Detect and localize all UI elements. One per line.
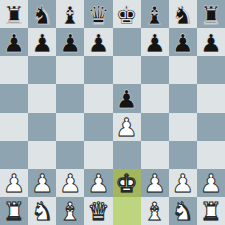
square-h7[interactable]: ♟ bbox=[197, 28, 225, 56]
square-a2[interactable]: ♟ bbox=[0, 169, 28, 197]
square-a4[interactable] bbox=[0, 113, 28, 141]
white-rook: ♜ bbox=[3, 199, 25, 224]
square-e8[interactable]: ♚ bbox=[113, 0, 141, 28]
white-rook: ♜ bbox=[200, 199, 222, 224]
square-c1[interactable]: ♝ bbox=[56, 197, 84, 225]
black-bishop: ♝ bbox=[59, 2, 81, 27]
square-e2[interactable]: ♚ bbox=[113, 169, 141, 197]
black-king: ♚ bbox=[115, 2, 137, 27]
square-g4[interactable] bbox=[169, 113, 197, 141]
square-g2[interactable]: ♟ bbox=[169, 169, 197, 197]
square-c4[interactable] bbox=[56, 113, 84, 141]
square-f1[interactable]: ♝ bbox=[141, 197, 169, 225]
square-f8[interactable]: ♝ bbox=[141, 0, 169, 28]
square-g3[interactable] bbox=[169, 141, 197, 169]
black-pawn: ♟ bbox=[59, 30, 81, 55]
white-bishop: ♝ bbox=[59, 199, 81, 224]
black-rook: ♜ bbox=[200, 2, 222, 27]
white-pawn: ♟ bbox=[200, 171, 222, 196]
square-e3[interactable] bbox=[113, 141, 141, 169]
square-d4[interactable] bbox=[84, 113, 112, 141]
square-b2[interactable]: ♟ bbox=[28, 169, 56, 197]
square-h6[interactable] bbox=[197, 56, 225, 84]
square-h2[interactable]: ♟ bbox=[197, 169, 225, 197]
square-d3[interactable] bbox=[84, 141, 112, 169]
chess-board: ♜♞♝♛♚♝♞♜♟♟♟♟♟♟♟♟♟♟♟♟♟♚♟♟♟♜♞♝♛♝♞♜ bbox=[0, 0, 225, 225]
square-f7[interactable]: ♟ bbox=[141, 28, 169, 56]
white-king: ♚ bbox=[115, 171, 137, 196]
square-g6[interactable] bbox=[169, 56, 197, 84]
square-f4[interactable] bbox=[141, 113, 169, 141]
square-a7[interactable]: ♟ bbox=[0, 28, 28, 56]
white-knight: ♞ bbox=[31, 199, 53, 224]
square-b6[interactable] bbox=[28, 56, 56, 84]
white-pawn: ♟ bbox=[59, 171, 81, 196]
white-pawn: ♟ bbox=[87, 171, 109, 196]
square-g5[interactable] bbox=[169, 84, 197, 112]
square-d7[interactable]: ♟ bbox=[84, 28, 112, 56]
square-d2[interactable]: ♟ bbox=[84, 169, 112, 197]
white-bishop: ♝ bbox=[143, 199, 165, 224]
square-g8[interactable]: ♞ bbox=[169, 0, 197, 28]
square-e6[interactable] bbox=[113, 56, 141, 84]
square-h8[interactable]: ♜ bbox=[197, 0, 225, 28]
square-h3[interactable] bbox=[197, 141, 225, 169]
square-f5[interactable] bbox=[141, 84, 169, 112]
square-h1[interactable]: ♜ bbox=[197, 197, 225, 225]
black-pawn: ♟ bbox=[115, 86, 137, 111]
white-pawn: ♟ bbox=[3, 171, 25, 196]
square-c7[interactable]: ♟ bbox=[56, 28, 84, 56]
white-queen: ♛ bbox=[87, 199, 109, 224]
square-c5[interactable] bbox=[56, 84, 84, 112]
black-pawn: ♟ bbox=[172, 30, 194, 55]
square-b7[interactable]: ♟ bbox=[28, 28, 56, 56]
black-knight: ♞ bbox=[31, 2, 53, 27]
black-pawn: ♟ bbox=[200, 30, 222, 55]
square-c6[interactable] bbox=[56, 56, 84, 84]
square-h5[interactable] bbox=[197, 84, 225, 112]
square-c8[interactable]: ♝ bbox=[56, 0, 84, 28]
black-pawn: ♟ bbox=[143, 30, 165, 55]
white-pawn: ♟ bbox=[31, 171, 53, 196]
square-b4[interactable] bbox=[28, 113, 56, 141]
square-f6[interactable] bbox=[141, 56, 169, 84]
square-e1[interactable] bbox=[113, 197, 141, 225]
square-b5[interactable] bbox=[28, 84, 56, 112]
square-a6[interactable] bbox=[0, 56, 28, 84]
black-pawn: ♟ bbox=[87, 30, 109, 55]
square-g1[interactable]: ♞ bbox=[169, 197, 197, 225]
white-pawn: ♟ bbox=[115, 115, 137, 140]
square-e7[interactable] bbox=[113, 28, 141, 56]
square-f2[interactable]: ♟ bbox=[141, 169, 169, 197]
square-a8[interactable]: ♜ bbox=[0, 0, 28, 28]
square-d6[interactable] bbox=[84, 56, 112, 84]
black-pawn: ♟ bbox=[31, 30, 53, 55]
square-e4[interactable]: ♟ bbox=[113, 113, 141, 141]
white-pawn: ♟ bbox=[143, 171, 165, 196]
square-c3[interactable] bbox=[56, 141, 84, 169]
square-g7[interactable]: ♟ bbox=[169, 28, 197, 56]
square-a3[interactable] bbox=[0, 141, 28, 169]
square-d5[interactable] bbox=[84, 84, 112, 112]
black-pawn: ♟ bbox=[3, 30, 25, 55]
square-d8[interactable]: ♛ bbox=[84, 0, 112, 28]
black-knight: ♞ bbox=[172, 2, 194, 27]
square-b1[interactable]: ♞ bbox=[28, 197, 56, 225]
white-knight: ♞ bbox=[172, 199, 194, 224]
square-c2[interactable]: ♟ bbox=[56, 169, 84, 197]
square-h4[interactable] bbox=[197, 113, 225, 141]
square-a1[interactable]: ♜ bbox=[0, 197, 28, 225]
white-pawn: ♟ bbox=[172, 171, 194, 196]
square-a5[interactable] bbox=[0, 84, 28, 112]
square-e5[interactable]: ♟ bbox=[113, 84, 141, 112]
black-queen: ♛ bbox=[87, 2, 109, 27]
black-bishop: ♝ bbox=[143, 2, 165, 27]
square-b3[interactable] bbox=[28, 141, 56, 169]
square-d1[interactable]: ♛ bbox=[84, 197, 112, 225]
square-b8[interactable]: ♞ bbox=[28, 0, 56, 28]
black-rook: ♜ bbox=[3, 2, 25, 27]
square-f3[interactable] bbox=[141, 141, 169, 169]
